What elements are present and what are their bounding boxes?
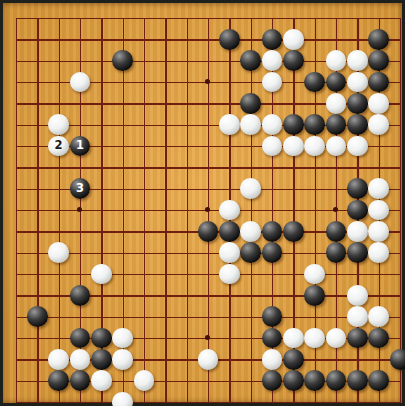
stone-black[interactable] [262, 29, 283, 50]
stone-black[interactable] [91, 349, 112, 370]
stone-white[interactable] [368, 242, 389, 263]
stone-white[interactable] [347, 50, 368, 71]
stone-white[interactable] [304, 328, 325, 349]
stone-white[interactable] [347, 72, 368, 93]
stone-black[interactable] [347, 370, 368, 391]
stone-black[interactable] [262, 242, 283, 263]
stone-black[interactable] [283, 114, 304, 135]
stone-black[interactable] [368, 50, 389, 71]
stone-white[interactable] [347, 306, 368, 327]
stone-black-move-3[interactable]: 3 [70, 178, 91, 199]
stone-black[interactable] [347, 178, 368, 199]
stone-black[interactable] [368, 370, 389, 391]
stone-black[interactable] [70, 285, 91, 306]
star-point [205, 335, 210, 340]
stone-white[interactable] [219, 264, 240, 285]
move-number-label: 1 [76, 140, 84, 152]
stone-black[interactable] [368, 29, 389, 50]
stone-black[interactable] [326, 221, 347, 242]
stone-white[interactable] [262, 136, 283, 157]
stone-black[interactable] [304, 370, 325, 391]
stone-white[interactable] [198, 349, 219, 370]
stone-white[interactable] [240, 114, 261, 135]
stone-black[interactable] [198, 221, 219, 242]
stone-white[interactable] [262, 114, 283, 135]
stone-white[interactable] [283, 29, 304, 50]
stone-black[interactable] [347, 114, 368, 135]
stone-white[interactable] [134, 370, 155, 391]
stone-black[interactable] [326, 114, 347, 135]
stone-white[interactable] [219, 200, 240, 221]
star-point [205, 207, 210, 212]
star-point [77, 207, 82, 212]
stone-white[interactable] [262, 50, 283, 71]
stone-black[interactable] [91, 328, 112, 349]
stone-white[interactable] [368, 221, 389, 242]
stone-white[interactable] [91, 370, 112, 391]
star-point [333, 207, 338, 212]
stone-black[interactable] [326, 72, 347, 93]
stone-white[interactable] [91, 264, 112, 285]
stone-black[interactable] [70, 328, 91, 349]
stone-black[interactable] [240, 50, 261, 71]
stone-black-move-1[interactable]: 1 [70, 136, 91, 157]
stone-black[interactable] [347, 328, 368, 349]
stone-black[interactable] [262, 370, 283, 391]
stone-white[interactable] [347, 221, 368, 242]
move-number-label: 2 [55, 140, 63, 152]
stone-white[interactable] [368, 306, 389, 327]
stone-black[interactable] [347, 93, 368, 114]
stone-black[interactable] [368, 328, 389, 349]
stone-white-move-2[interactable]: 2 [48, 136, 69, 157]
stone-white[interactable] [70, 72, 91, 93]
go-board-screenshot: 213 [0, 0, 405, 406]
stone-white[interactable] [219, 242, 240, 263]
stone-black[interactable] [262, 221, 283, 242]
stone-white[interactable] [283, 328, 304, 349]
stone-black[interactable] [283, 221, 304, 242]
stone-white[interactable] [112, 349, 133, 370]
stone-white[interactable] [304, 264, 325, 285]
move-number-label: 3 [76, 182, 84, 194]
stone-white[interactable] [240, 178, 261, 199]
stone-white[interactable] [70, 349, 91, 370]
stone-white[interactable] [326, 136, 347, 157]
stone-white[interactable] [48, 349, 69, 370]
stone-black[interactable] [390, 349, 405, 370]
stone-black[interactable] [283, 50, 304, 71]
stone-black[interactable] [240, 242, 261, 263]
stone-black[interactable] [262, 306, 283, 327]
stone-white[interactable] [368, 93, 389, 114]
stone-white[interactable] [262, 72, 283, 93]
stone-black[interactable] [262, 328, 283, 349]
stone-black[interactable] [112, 50, 133, 71]
stone-white[interactable] [48, 242, 69, 263]
stone-white[interactable] [326, 50, 347, 71]
stone-white[interactable] [326, 93, 347, 114]
stone-black[interactable] [219, 221, 240, 242]
stone-white[interactable] [48, 114, 69, 135]
stone-black[interactable] [304, 285, 325, 306]
stone-white[interactable] [347, 136, 368, 157]
star-point [205, 79, 210, 84]
stone-black[interactable] [304, 114, 325, 135]
stone-black[interactable] [283, 349, 304, 370]
stone-white[interactable] [240, 221, 261, 242]
stone-white[interactable] [368, 114, 389, 135]
stone-black[interactable] [304, 72, 325, 93]
stone-black[interactable] [326, 370, 347, 391]
stone-white[interactable] [368, 178, 389, 199]
stone-black[interactable] [347, 200, 368, 221]
go-board[interactable]: 213 [3, 3, 402, 403]
stone-black[interactable] [240, 93, 261, 114]
stone-black[interactable] [283, 370, 304, 391]
stone-black[interactable] [326, 242, 347, 263]
stone-white[interactable] [219, 114, 240, 135]
stone-white[interactable] [347, 285, 368, 306]
stone-black[interactable] [48, 370, 69, 391]
stone-black[interactable] [368, 72, 389, 93]
stone-white[interactable] [262, 349, 283, 370]
stone-black[interactable] [70, 370, 91, 391]
stone-white[interactable] [112, 392, 133, 406]
stone-black[interactable] [27, 306, 48, 327]
stone-black[interactable] [219, 29, 240, 50]
board-intersections[interactable]: 213 [5, 7, 405, 406]
stone-white[interactable] [368, 200, 389, 221]
stone-black[interactable] [347, 242, 368, 263]
stone-white[interactable] [326, 328, 347, 349]
stone-white[interactable] [283, 136, 304, 157]
stone-white[interactable] [112, 328, 133, 349]
stone-white[interactable] [304, 136, 325, 157]
